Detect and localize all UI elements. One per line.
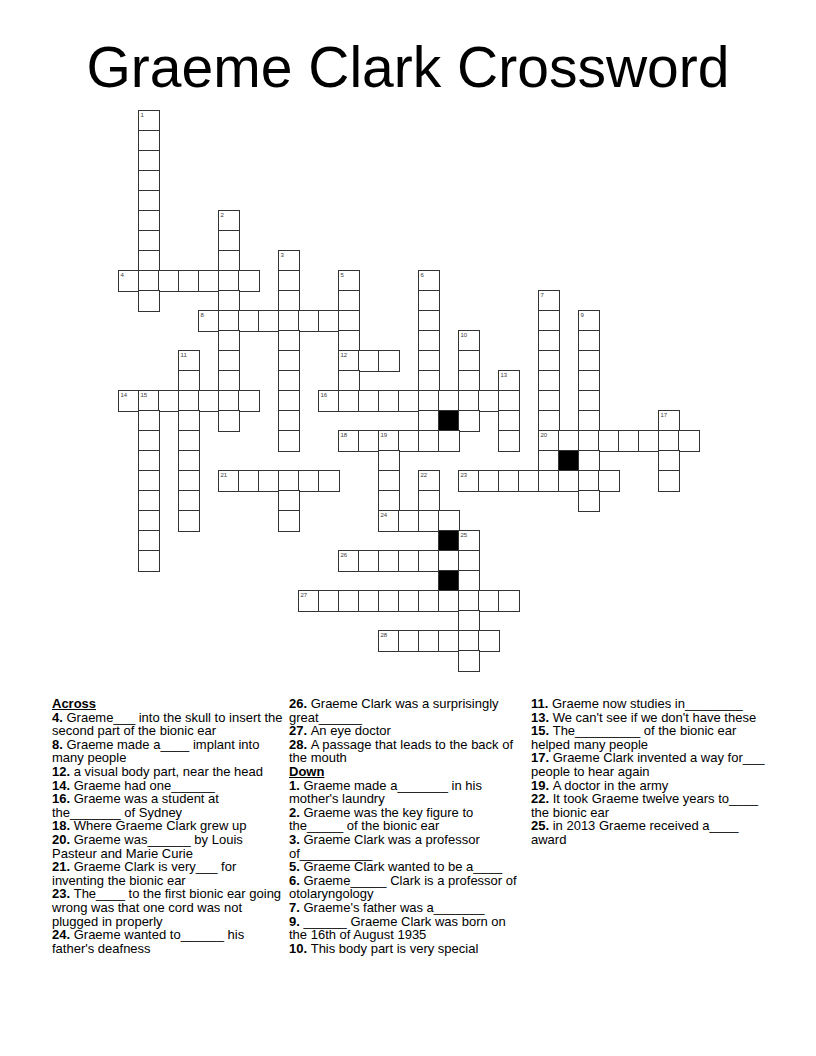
grid-cell[interactable] — [178, 510, 200, 532]
clue-number: 28 — [381, 632, 388, 639]
grid-cell[interactable]: 23 — [458, 470, 480, 492]
black-cell — [558, 450, 580, 472]
grid-cell[interactable]: 15 — [138, 390, 160, 412]
grid-cell[interactable] — [138, 230, 160, 252]
grid-cell[interactable] — [138, 450, 160, 472]
clue-down-3: 3. Graeme Clark was a professor of______… — [289, 833, 526, 860]
grid-cell[interactable] — [278, 330, 300, 352]
grid-cell[interactable] — [538, 470, 560, 492]
clue-number: 18 — [341, 432, 348, 439]
grid-cell[interactable] — [138, 190, 160, 212]
grid-cell[interactable] — [138, 410, 160, 432]
grid-cell[interactable] — [138, 430, 160, 452]
grid-cell[interactable] — [178, 370, 200, 392]
grid-cell[interactable] — [538, 330, 560, 352]
grid-cell[interactable] — [398, 430, 420, 452]
grid-cell[interactable] — [138, 210, 160, 232]
grid-cell[interactable] — [218, 370, 240, 392]
grid-cell[interactable] — [438, 390, 460, 412]
clue-number: 27 — [301, 592, 308, 599]
grid-cell[interactable] — [218, 330, 240, 352]
grid-cell[interactable] — [258, 470, 280, 492]
grid-cell[interactable] — [438, 550, 460, 572]
grid-cell[interactable]: 10 — [458, 330, 480, 352]
grid-cell[interactable] — [458, 350, 480, 372]
grid-cell[interactable] — [378, 590, 400, 612]
clue-number: 13 — [501, 372, 508, 379]
grid-cell[interactable] — [218, 350, 240, 372]
grid-cell[interactable]: 5 — [338, 270, 360, 292]
across-header: Across — [52, 697, 289, 711]
grid-cell[interactable] — [218, 410, 240, 432]
grid-cell[interactable]: 21 — [218, 470, 240, 492]
grid-cell[interactable] — [338, 590, 360, 612]
grid-cell[interactable]: 9 — [578, 310, 600, 332]
grid-cell[interactable] — [458, 610, 480, 632]
clue-across-23: 23. The____ to the first bionic ear goin… — [52, 887, 289, 928]
grid-cell[interactable] — [138, 470, 160, 492]
grid-cell[interactable] — [238, 390, 260, 412]
clue-number: 22 — [421, 472, 428, 479]
clue-down-17: 17. Graeme Clark invented a way for___ p… — [531, 751, 773, 778]
grid-cell[interactable] — [338, 390, 360, 412]
grid-cell[interactable] — [138, 490, 160, 512]
grid-cell[interactable] — [418, 310, 440, 332]
clue-column-1: Across4. Graeme___ into the skull to ins… — [52, 697, 289, 955]
grid-cell[interactable]: 17 — [658, 410, 680, 432]
grid-cell[interactable] — [578, 330, 600, 352]
grid-cell[interactable] — [418, 290, 440, 312]
grid-cell[interactable] — [138, 510, 160, 532]
clue-down-25: 25. in 2013 Graeme received a____ award — [531, 819, 773, 846]
grid-cell[interactable]: 1 — [138, 110, 160, 132]
grid-cell[interactable] — [278, 390, 300, 412]
grid-cell[interactable]: 18 — [338, 430, 360, 452]
clue-across-8: 8. Graeme made a____ implant into many p… — [52, 738, 289, 765]
grid-cell[interactable] — [438, 510, 460, 532]
clue-number: 4 — [121, 272, 124, 279]
clue-down-11: 11. Graeme now studies in________ — [531, 697, 773, 711]
grid-cell[interactable] — [338, 290, 360, 312]
clue-down-1: 1. Graeme made a_______ in his mother's … — [289, 779, 526, 806]
grid-cell[interactable] — [518, 470, 540, 492]
grid-cell[interactable] — [378, 490, 400, 512]
grid-cell[interactable] — [478, 470, 500, 492]
grid-cell[interactable] — [138, 250, 160, 272]
grid-cell[interactable] — [158, 390, 180, 412]
grid-cell[interactable] — [298, 310, 320, 332]
grid-cell[interactable] — [458, 550, 480, 572]
grid-cell[interactable] — [538, 450, 560, 472]
grid-cell[interactable] — [278, 410, 300, 432]
grid-cell[interactable]: 7 — [538, 290, 560, 312]
clue-number: 8 — [201, 312, 204, 319]
grid-cell[interactable] — [278, 350, 300, 372]
grid-cell[interactable] — [478, 590, 500, 612]
clue-number: 26 — [341, 552, 348, 559]
grid-cell[interactable] — [578, 410, 600, 432]
grid-cell[interactable] — [418, 330, 440, 352]
clue-number: 25 — [461, 532, 468, 539]
grid-cell[interactable]: 27 — [298, 590, 320, 612]
clue-down-2: 2. Graeme was the key figure to the_____… — [289, 806, 526, 833]
clue-number: 23 — [461, 472, 468, 479]
black-cell — [438, 410, 460, 432]
grid-cell[interactable] — [618, 430, 640, 452]
grid-cell[interactable]: 3 — [278, 250, 300, 272]
grid-cell[interactable] — [178, 470, 200, 492]
grid-cell[interactable] — [558, 430, 580, 452]
grid-cell[interactable] — [658, 470, 680, 492]
grid-cell[interactable] — [178, 270, 200, 292]
grid-cell[interactable] — [378, 470, 400, 492]
grid-cell[interactable] — [418, 430, 440, 452]
clue-number: 2 — [221, 212, 224, 219]
grid-cell[interactable] — [378, 390, 400, 412]
grid-cell[interactable]: 20 — [538, 430, 560, 452]
grid-cell[interactable] — [198, 390, 220, 412]
clue-number: 14 — [121, 392, 128, 399]
clue-number: 10 — [461, 332, 468, 339]
grid-cell[interactable]: 28 — [378, 630, 400, 652]
clue-column-2: 26. Graeme Clark was a surprisingly grea… — [289, 697, 526, 955]
grid-cell[interactable]: 2 — [218, 210, 240, 232]
clue-column-3: 11. Graeme now studies in________13. We … — [531, 697, 773, 847]
grid-cell[interactable] — [378, 550, 400, 572]
grid-cell[interactable] — [178, 490, 200, 512]
clue-down-5: 5. Graeme Clark wanted to be a____ — [289, 860, 526, 874]
clue-across-16: 16. Graeme was a student at the_______ o… — [52, 792, 289, 819]
grid-cell[interactable] — [318, 310, 340, 332]
grid-cell[interactable] — [398, 390, 420, 412]
grid-cell[interactable] — [318, 590, 340, 612]
grid-cell[interactable] — [278, 510, 300, 532]
grid-cell[interactable] — [418, 350, 440, 372]
grid-cell[interactable] — [458, 630, 480, 652]
clue-down-13: 13. We can't see if we don't have these — [531, 711, 773, 725]
grid-cell[interactable] — [238, 310, 260, 332]
grid-cell[interactable] — [278, 470, 300, 492]
grid-cell[interactable] — [558, 470, 580, 492]
grid-cell[interactable] — [278, 270, 300, 292]
clue-number: 3 — [281, 252, 284, 259]
grid-cell[interactable] — [418, 390, 440, 412]
clue-number: 16 — [321, 392, 328, 399]
clue-number: 17 — [661, 412, 668, 419]
grid-cell[interactable]: 6 — [418, 270, 440, 292]
grid-cell[interactable] — [438, 630, 460, 652]
grid-cell[interactable] — [458, 390, 480, 412]
grid-cell[interactable]: 14 — [118, 390, 140, 412]
grid-cell[interactable] — [218, 390, 240, 412]
grid-cell[interactable] — [158, 270, 180, 292]
grid-cell[interactable] — [218, 270, 240, 292]
grid-cell[interactable] — [418, 510, 440, 532]
grid-cell[interactable] — [638, 430, 660, 452]
grid-cell[interactable] — [418, 370, 440, 392]
clue-across-20: 20. Graeme was______ by Louis Pasteur an… — [52, 833, 289, 860]
grid-cell[interactable] — [238, 270, 260, 292]
clue-across-27: 27. An eye doctor — [289, 724, 526, 738]
grid-cell[interactable] — [278, 490, 300, 512]
grid-cell[interactable] — [498, 390, 520, 412]
clue-across-28: 28. A passage that leads to the back of … — [289, 738, 526, 765]
grid-cell[interactable] — [398, 630, 420, 652]
grid-cell[interactable] — [358, 550, 380, 572]
clue-across-26: 26. Graeme Clark was a surprisingly grea… — [289, 697, 526, 724]
clue-down-22: 22. It took Graeme twelve years to____ t… — [531, 792, 773, 819]
clue-across-4: 4. Graeme___ into the skull to insert th… — [52, 711, 289, 738]
grid-cell[interactable] — [138, 270, 160, 292]
grid-cell[interactable]: 16 — [318, 390, 340, 412]
grid-cell[interactable]: 19 — [378, 430, 400, 452]
clue-number: 5 — [341, 272, 344, 279]
grid-cell[interactable] — [498, 470, 520, 492]
grid-cell[interactable] — [458, 370, 480, 392]
clue-down-19: 19. A doctor in the army — [531, 779, 773, 793]
grid-cell[interactable] — [278, 370, 300, 392]
grid-cell[interactable] — [478, 390, 500, 412]
grid-cell[interactable] — [538, 310, 560, 332]
grid-cell[interactable] — [278, 310, 300, 332]
grid-cell[interactable] — [578, 470, 600, 492]
clue-across-24: 24. Graeme wanted to______ his father's … — [52, 928, 289, 955]
grid-cell[interactable] — [178, 450, 200, 472]
grid-cell[interactable] — [338, 310, 360, 332]
grid-cell[interactable] — [458, 410, 480, 432]
grid-cell[interactable]: 4 — [118, 270, 140, 292]
clue-down-10: 10. This body part is very special — [289, 942, 526, 956]
grid-cell[interactable] — [278, 430, 300, 452]
grid-cell[interactable]: 26 — [338, 550, 360, 572]
grid-cell[interactable] — [258, 310, 280, 332]
crossword-grid: 1234567891011121314151617181920212223242… — [118, 110, 700, 672]
grid-cell[interactable] — [218, 250, 240, 272]
grid-cell[interactable] — [658, 430, 680, 452]
clue-number: 21 — [221, 472, 228, 479]
grid-cell[interactable] — [598, 430, 620, 452]
grid-cell[interactable] — [678, 430, 700, 452]
grid-cell[interactable] — [458, 650, 480, 672]
grid-cell[interactable] — [138, 150, 160, 172]
grid-cell[interactable] — [478, 630, 500, 652]
grid-cell[interactable] — [358, 430, 380, 452]
grid-cell[interactable] — [138, 170, 160, 192]
grid-cell[interactable]: 13 — [498, 370, 520, 392]
grid-cell[interactable] — [138, 530, 160, 552]
grid-cell[interactable] — [178, 430, 200, 452]
grid-cell[interactable] — [278, 290, 300, 312]
clue-across-18: 18. Where Graeme Clark grew up — [52, 819, 289, 833]
grid-cell[interactable] — [178, 390, 200, 412]
clue-number: 12 — [341, 352, 348, 359]
grid-cell[interactable] — [538, 350, 560, 372]
grid-cell[interactable] — [378, 450, 400, 472]
grid-cell[interactable] — [418, 590, 440, 612]
grid-cell[interactable] — [498, 430, 520, 452]
grid-cell[interactable] — [398, 510, 420, 532]
grid-cell[interactable] — [538, 410, 560, 432]
clue-number: 11 — [181, 352, 187, 359]
grid-cell[interactable] — [578, 390, 600, 412]
grid-cell[interactable] — [138, 130, 160, 152]
grid-cell[interactable] — [138, 290, 160, 312]
grid-cell[interactable] — [218, 230, 240, 252]
grid-cell[interactable]: 11 — [178, 350, 200, 372]
grid-cell[interactable] — [238, 470, 260, 492]
grid-cell[interactable] — [218, 310, 240, 332]
grid-cell[interactable] — [218, 290, 240, 312]
clue-number: 1 — [141, 112, 144, 119]
grid-cell[interactable] — [418, 630, 440, 652]
clue-number: 24 — [381, 512, 388, 519]
clue-number: 7 — [541, 292, 544, 299]
grid-cell[interactable] — [378, 350, 400, 372]
grid-cell[interactable] — [358, 350, 380, 372]
grid-cell[interactable] — [578, 490, 600, 512]
grid-cell[interactable] — [338, 370, 360, 392]
clue-down-9: 9. ______ Graeme Clark was born on the 1… — [289, 915, 526, 942]
clue-number: 20 — [541, 432, 548, 439]
clue-number: 15 — [141, 392, 148, 399]
grid-cell[interactable] — [438, 430, 460, 452]
clue-across-14: 14. Graeme had one______ — [52, 779, 289, 793]
grid-cell[interactable] — [538, 370, 560, 392]
grid-cell[interactable] — [498, 590, 520, 612]
grid-cell[interactable] — [138, 550, 160, 572]
clue-across-12: 12. a visual body part, near the head — [52, 765, 289, 779]
grid-cell[interactable]: 25 — [458, 530, 480, 552]
black-cell — [438, 570, 460, 592]
clue-number: 9 — [581, 312, 584, 319]
grid-cell[interactable]: 12 — [338, 350, 360, 372]
grid-cell[interactable] — [418, 410, 440, 432]
grid-cell[interactable]: 24 — [378, 510, 400, 532]
grid-cell[interactable]: 22 — [418, 470, 440, 492]
grid-cell[interactable] — [458, 570, 480, 592]
grid-cell[interactable] — [578, 450, 600, 472]
down-header: Down — [289, 765, 526, 779]
grid-cell[interactable] — [418, 490, 440, 512]
grid-cell[interactable] — [538, 390, 560, 412]
clue-number: 19 — [381, 432, 388, 439]
grid-cell[interactable] — [398, 550, 420, 572]
grid-cell[interactable] — [338, 330, 360, 352]
grid-cell[interactable] — [498, 410, 520, 432]
grid-cell[interactable] — [578, 430, 600, 452]
grid-cell[interactable] — [198, 270, 220, 292]
clue-down-7: 7. Graeme's father was a_______ — [289, 901, 526, 915]
clue-down-15: 15. The_________ of the bionic ear helpe… — [531, 724, 773, 751]
grid-cell[interactable] — [658, 450, 680, 472]
grid-cell[interactable] — [398, 590, 420, 612]
grid-cell[interactable] — [358, 590, 380, 612]
grid-cell[interactable] — [578, 350, 600, 372]
grid-cell[interactable] — [458, 590, 480, 612]
grid-cell[interactable] — [438, 590, 460, 612]
black-cell — [438, 530, 460, 552]
clue-down-6: 6. Graeme_____ Clark is a professor of o… — [289, 874, 526, 901]
grid-cell[interactable] — [298, 470, 320, 492]
clue-across-21: 21. Graeme Clark is very___ for inventin… — [52, 860, 289, 887]
grid-cell[interactable] — [578, 370, 600, 392]
clue-number: 6 — [421, 272, 424, 279]
grid-cell[interactable] — [178, 410, 200, 432]
page-title: Graeme Clark Crossword — [0, 34, 816, 100]
grid-cell[interactable] — [598, 470, 620, 492]
grid-cell[interactable] — [358, 390, 380, 412]
grid-cell[interactable]: 8 — [198, 310, 220, 332]
grid-cell[interactable] — [418, 550, 440, 572]
grid-cell[interactable] — [318, 470, 340, 492]
